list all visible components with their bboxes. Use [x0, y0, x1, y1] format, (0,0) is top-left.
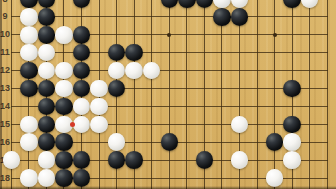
stone-black-c17-r15[interactable] — [283, 116, 301, 134]
stone-black-c3-r8[interactable] — [38, 0, 56, 8]
stone-black-c5-r10[interactable] — [73, 26, 91, 44]
stone-black-c17-r13[interactable] — [283, 80, 301, 98]
stone-white-c6-r14[interactable] — [90, 98, 108, 116]
stone-black-c3-r14[interactable] — [38, 98, 56, 116]
stone-black-c10-r16[interactable] — [161, 133, 179, 151]
grid-line-h-9 — [11, 16, 328, 17]
stone-black-c4-r14[interactable] — [55, 98, 73, 116]
stone-white-c2-r9[interactable] — [20, 8, 38, 26]
stone-white-c5-r14[interactable] — [73, 98, 91, 116]
stone-white-c4-r10[interactable] — [55, 26, 73, 44]
stone-white-c3-r18[interactable] — [38, 169, 56, 187]
stone-white-c17-r16[interactable] — [283, 133, 301, 151]
stone-black-c2-r8[interactable] — [20, 0, 38, 8]
stone-black-c4-r17[interactable] — [55, 151, 73, 169]
grid-line-v-15 — [257, 0, 258, 189]
stone-white-c3-r11[interactable] — [38, 44, 56, 62]
stone-black-c7-r13[interactable] — [108, 80, 126, 98]
stone-white-c4-r13[interactable] — [55, 80, 73, 98]
stone-black-c16-r16[interactable] — [266, 133, 284, 151]
star-point-10-10 — [167, 33, 171, 37]
grid-line-v-16 — [274, 0, 275, 189]
stone-white-c2-r18[interactable] — [20, 169, 38, 187]
stone-black-c4-r18[interactable] — [55, 169, 73, 187]
stone-white-c14-r17[interactable] — [231, 151, 249, 169]
screen-bottom-edge — [0, 186, 336, 189]
stone-white-c5-r15[interactable] — [73, 116, 91, 134]
stone-black-c7-r17[interactable] — [108, 151, 126, 169]
screen-left-edge — [0, 0, 2, 189]
stone-black-c2-r13[interactable] — [20, 80, 38, 98]
stone-black-c5-r13[interactable] — [73, 80, 91, 98]
go-board[interactable]: 89101112131415161718 — [0, 0, 336, 189]
stone-black-c14-r9[interactable] — [231, 8, 249, 26]
stone-white-c9-r12[interactable] — [143, 62, 161, 80]
stone-white-c6-r13[interactable] — [90, 80, 108, 98]
stone-white-c1-r17[interactable] — [3, 151, 21, 169]
stone-black-c3-r10[interactable] — [38, 26, 56, 44]
grid-line-v-19 — [327, 0, 328, 189]
stone-white-c18-r8[interactable] — [301, 0, 319, 8]
stone-white-c14-r15[interactable] — [231, 116, 249, 134]
stone-white-c14-r8[interactable] — [231, 0, 249, 8]
stone-black-c3-r16[interactable] — [38, 133, 56, 151]
stone-black-c5-r12[interactable] — [73, 62, 91, 80]
stone-white-c3-r12[interactable] — [38, 62, 56, 80]
grid-line-v-11 — [186, 0, 187, 189]
go-app-screenshot: 89101112131415161718 — [0, 0, 336, 189]
stone-white-c8-r12[interactable] — [125, 62, 143, 80]
stone-white-c17-r17[interactable] — [283, 151, 301, 169]
stone-black-c2-r12[interactable] — [20, 62, 38, 80]
stone-black-c8-r11[interactable] — [125, 44, 143, 62]
stone-black-c13-r9[interactable] — [213, 8, 231, 26]
stone-black-c12-r17[interactable] — [196, 151, 214, 169]
stone-white-c16-r18[interactable] — [266, 169, 284, 187]
stone-white-c13-r8[interactable] — [213, 0, 231, 8]
stone-white-c2-r16[interactable] — [20, 133, 38, 151]
stone-black-c4-r16[interactable] — [55, 133, 73, 151]
stone-black-c12-r8[interactable] — [196, 0, 214, 8]
stone-white-c7-r12[interactable] — [108, 62, 126, 80]
stone-white-c3-r17[interactable] — [38, 151, 56, 169]
stone-black-c5-r11[interactable] — [73, 44, 91, 62]
stone-black-c5-r18[interactable] — [73, 169, 91, 187]
stone-black-c17-r8[interactable] — [283, 0, 301, 8]
grid-line-h-11 — [11, 52, 328, 53]
stone-white-c2-r10[interactable] — [20, 26, 38, 44]
stone-white-c7-r16[interactable] — [108, 133, 126, 151]
stone-black-c7-r11[interactable] — [108, 44, 126, 62]
grid-line-v-9 — [151, 0, 152, 189]
grid-line-v-13 — [221, 0, 222, 189]
stone-white-c2-r15[interactable] — [20, 116, 38, 134]
stone-black-c8-r17[interactable] — [125, 151, 143, 169]
stone-black-c3-r13[interactable] — [38, 80, 56, 98]
stone-black-c10-r8[interactable] — [161, 0, 179, 8]
stone-white-c4-r12[interactable] — [55, 62, 73, 80]
grid-line-v-10 — [169, 0, 170, 189]
stone-white-c2-r11[interactable] — [20, 44, 38, 62]
stone-black-c5-r8[interactable] — [73, 0, 91, 8]
stone-black-c5-r17[interactable] — [73, 151, 91, 169]
stone-white-c6-r15[interactable] — [90, 116, 108, 134]
star-point-16-10 — [273, 33, 277, 37]
stone-black-c3-r15[interactable] — [38, 116, 56, 134]
stone-black-c3-r9[interactable] — [38, 8, 56, 26]
stone-black-c11-r8[interactable] — [178, 0, 196, 8]
grid-line-v-18 — [309, 0, 310, 189]
